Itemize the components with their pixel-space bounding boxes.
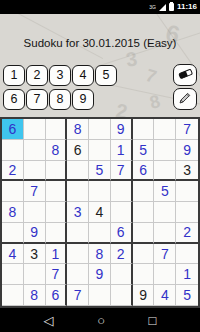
cell-r7c9[interactable]	[176, 244, 198, 265]
pencil-button[interactable]	[173, 88, 197, 110]
cell-r3c1[interactable]: 2	[2, 161, 24, 182]
cell-r4c7[interactable]	[133, 181, 155, 202]
cell-r7c4[interactable]	[67, 244, 89, 265]
cell-r8c4[interactable]	[67, 264, 89, 285]
cell-r2c9[interactable]: 9	[176, 140, 198, 161]
cell-r8c9[interactable]: 1	[176, 264, 198, 285]
cell-r1c6[interactable]: 9	[111, 119, 133, 140]
cell-r6c9[interactable]: 2	[176, 223, 198, 244]
cell-r8c7[interactable]	[133, 264, 155, 285]
cell-r1c9[interactable]: 7	[176, 119, 198, 140]
cell-r2c5[interactable]	[89, 140, 111, 161]
cell-r3c3[interactable]	[46, 161, 68, 182]
cell-r2c7[interactable]: 5	[133, 140, 155, 161]
cell-r8c6[interactable]	[111, 264, 133, 285]
cell-r5c3[interactable]	[46, 202, 68, 223]
cell-r9c2[interactable]: 8	[24, 285, 46, 306]
cell-r7c1[interactable]: 4	[2, 244, 24, 265]
cell-r5c4[interactable]: 3	[67, 202, 89, 223]
back-icon[interactable]: ◁	[44, 314, 54, 327]
num-button-2[interactable]: 2	[26, 65, 48, 86]
cell-r9c9[interactable]: 5	[176, 285, 198, 306]
cell-r1c2[interactable]	[24, 119, 46, 140]
cell-r7c5[interactable]: 8	[89, 244, 111, 265]
network-type-label: 3G	[149, 5, 156, 10]
pencil-icon	[178, 91, 192, 108]
cell-r1c4[interactable]: 8	[67, 119, 89, 140]
cell-r6c4[interactable]	[67, 223, 89, 244]
cell-r8c2[interactable]	[24, 264, 46, 285]
home-icon[interactable]: ○	[97, 314, 105, 327]
cell-r1c1[interactable]: 6	[2, 119, 24, 140]
cell-r5c1[interactable]: 8	[2, 202, 24, 223]
battery-icon	[169, 3, 174, 11]
cell-r5c9[interactable]	[176, 202, 198, 223]
num-button-5[interactable]: 5	[95, 65, 117, 86]
cell-r8c5[interactable]: 9	[89, 264, 111, 285]
sudoku-grid: 6897861592576375834962431827791867945	[0, 117, 200, 308]
cell-r7c6[interactable]: 2	[111, 244, 133, 265]
cell-r4c5[interactable]	[89, 181, 111, 202]
status-clock: 11:16	[177, 3, 197, 11]
page-title: Sudoku for 30.01.2015 (Easy)	[0, 37, 200, 49]
cell-r9c6[interactable]	[111, 285, 133, 306]
cell-r3c8[interactable]	[154, 161, 176, 182]
cell-r9c8[interactable]: 4	[154, 285, 176, 306]
cell-r4c2[interactable]: 7	[24, 181, 46, 202]
cell-r6c6[interactable]: 6	[111, 223, 133, 244]
digit-buttons-1-5: 1 2 3 4 5	[3, 65, 117, 86]
cell-r2c2[interactable]	[24, 140, 46, 161]
cell-r8c3[interactable]: 7	[46, 264, 68, 285]
num-button-6[interactable]: 6	[3, 89, 25, 110]
cell-r9c3[interactable]: 6	[46, 285, 68, 306]
num-button-9[interactable]: 9	[72, 89, 94, 110]
signal-icon	[159, 4, 166, 11]
num-button-8[interactable]: 8	[49, 89, 71, 110]
cell-r7c7[interactable]	[133, 244, 155, 265]
cell-r3c2[interactable]	[24, 161, 46, 182]
cell-r5c5[interactable]: 4	[89, 202, 111, 223]
num-button-7[interactable]: 7	[26, 89, 48, 110]
toolbar-row-1: 1 2 3 4 5	[0, 64, 200, 86]
cell-r2c1[interactable]	[2, 140, 24, 161]
eraser-button[interactable]	[173, 64, 197, 86]
cell-r9c4[interactable]: 7	[67, 285, 89, 306]
cell-r5c7[interactable]	[133, 202, 155, 223]
cell-r1c3[interactable]	[46, 119, 68, 140]
cell-r9c1[interactable]	[2, 285, 24, 306]
cell-r5c8[interactable]	[154, 202, 176, 223]
eraser-icon	[178, 67, 193, 83]
cell-r3c5[interactable]: 5	[89, 161, 111, 182]
cell-r9c7[interactable]: 9	[133, 285, 155, 306]
cell-r6c8[interactable]	[154, 223, 176, 244]
cell-r6c2[interactable]: 9	[24, 223, 46, 244]
cell-r6c1[interactable]	[2, 223, 24, 244]
cell-r5c6[interactable]	[111, 202, 133, 223]
digit-buttons-6-9: 6 7 8 9	[3, 89, 94, 110]
app-screen: 63782 3G 11:16 Sudoku for 30.01.2015 (Ea…	[0, 0, 200, 332]
cell-r7c8[interactable]: 7	[154, 244, 176, 265]
num-button-1[interactable]: 1	[3, 65, 25, 86]
navigation-bar: ◁ ○ □	[0, 308, 200, 332]
num-button-3[interactable]: 3	[49, 65, 71, 86]
status-bar: 3G 11:16	[0, 0, 200, 14]
cell-r1c5[interactable]	[89, 119, 111, 140]
cell-r3c6[interactable]: 7	[111, 161, 133, 182]
cell-r2c6[interactable]: 1	[111, 140, 133, 161]
cell-r7c3[interactable]: 1	[46, 244, 68, 265]
cell-r8c8[interactable]	[154, 264, 176, 285]
cell-r3c4[interactable]	[67, 161, 89, 182]
toolbar-row-2: 6 7 8 9	[0, 88, 200, 110]
cell-r1c7[interactable]	[133, 119, 155, 140]
cell-r4c6[interactable]	[111, 181, 133, 202]
cell-r9c5[interactable]	[89, 285, 111, 306]
cell-r2c4[interactable]: 6	[67, 140, 89, 161]
cell-r4c3[interactable]	[46, 181, 68, 202]
cell-r2c8[interactable]	[154, 140, 176, 161]
cell-r4c4[interactable]	[67, 181, 89, 202]
cell-r6c5[interactable]	[89, 223, 111, 244]
cell-r1c8[interactable]	[154, 119, 176, 140]
cell-r4c1[interactable]	[2, 181, 24, 202]
cell-r3c7[interactable]: 6	[133, 161, 155, 182]
cell-r6c7[interactable]	[133, 223, 155, 244]
cell-r4c9[interactable]	[176, 181, 198, 202]
cell-r2c3[interactable]: 8	[46, 140, 68, 161]
num-button-4[interactable]: 4	[72, 65, 94, 86]
cell-r3c9[interactable]: 3	[176, 161, 198, 182]
cell-r4c8[interactable]: 5	[154, 181, 176, 202]
recents-icon[interactable]: □	[149, 314, 157, 327]
cell-r5c2[interactable]	[24, 202, 46, 223]
cell-r8c1[interactable]	[2, 264, 24, 285]
cell-r6c3[interactable]	[46, 223, 68, 244]
cell-r7c2[interactable]: 3	[24, 244, 46, 265]
